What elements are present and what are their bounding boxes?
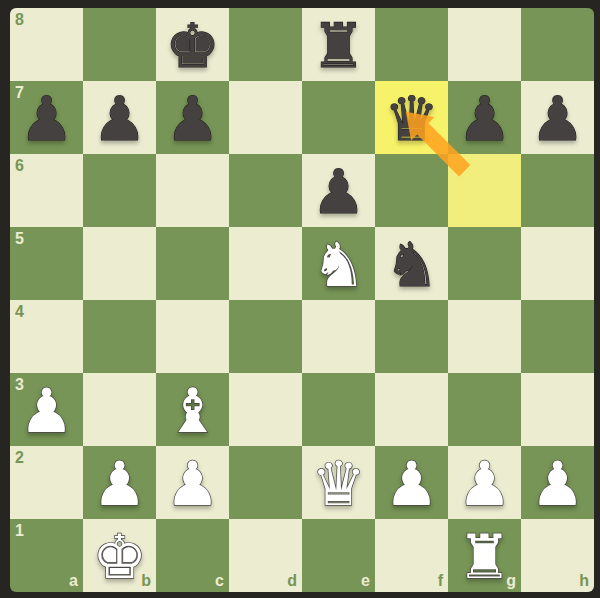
square-e4[interactable] xyxy=(302,300,375,373)
rank-label-6: 6 xyxy=(15,158,24,174)
square-b4[interactable] xyxy=(83,300,156,373)
chess-board: 8♚♜7♟♟♟♛♟♟6♟5♞♞43♟♝2♟♟♛♟♟♟1ab♚cdefg♜h xyxy=(10,8,594,592)
black-pawn-piece[interactable]: ♟ xyxy=(530,88,585,149)
square-a3[interactable]: 3♟ xyxy=(10,373,83,446)
square-b7[interactable]: ♟ xyxy=(83,81,156,154)
white-rook-piece[interactable]: ♜ xyxy=(457,526,512,587)
square-h5[interactable] xyxy=(521,227,594,300)
square-f7[interactable]: ♛ xyxy=(375,81,448,154)
square-a1[interactable]: 1a xyxy=(10,519,83,592)
file-label-h: h xyxy=(579,573,589,589)
square-h1[interactable]: h xyxy=(521,519,594,592)
square-c7[interactable]: ♟ xyxy=(156,81,229,154)
square-e7[interactable] xyxy=(302,81,375,154)
white-pawn-piece[interactable]: ♟ xyxy=(457,453,512,514)
square-d6[interactable] xyxy=(229,154,302,227)
square-c5[interactable] xyxy=(156,227,229,300)
square-c1[interactable]: c xyxy=(156,519,229,592)
white-pawn-piece[interactable]: ♟ xyxy=(19,380,74,441)
black-king-piece[interactable]: ♚ xyxy=(165,15,220,76)
rank-label-2: 2 xyxy=(15,450,24,466)
square-h7[interactable]: ♟ xyxy=(521,81,594,154)
black-pawn-piece[interactable]: ♟ xyxy=(19,88,74,149)
rank-label-5: 5 xyxy=(15,231,24,247)
square-d4[interactable] xyxy=(229,300,302,373)
square-h6[interactable] xyxy=(521,154,594,227)
square-a6[interactable]: 6 xyxy=(10,154,83,227)
square-b8[interactable] xyxy=(83,8,156,81)
square-c2[interactable]: ♟ xyxy=(156,446,229,519)
white-pawn-piece[interactable]: ♟ xyxy=(530,453,585,514)
square-e1[interactable]: e xyxy=(302,519,375,592)
white-pawn-piece[interactable]: ♟ xyxy=(165,453,220,514)
square-f6[interactable] xyxy=(375,154,448,227)
square-b1[interactable]: b♚ xyxy=(83,519,156,592)
square-g6[interactable] xyxy=(448,154,521,227)
square-c4[interactable] xyxy=(156,300,229,373)
black-pawn-piece[interactable]: ♟ xyxy=(165,88,220,149)
square-c6[interactable] xyxy=(156,154,229,227)
square-f2[interactable]: ♟ xyxy=(375,446,448,519)
square-b2[interactable]: ♟ xyxy=(83,446,156,519)
square-a2[interactable]: 2 xyxy=(10,446,83,519)
square-f4[interactable] xyxy=(375,300,448,373)
white-queen-piece[interactable]: ♛ xyxy=(311,453,366,514)
black-rook-piece[interactable]: ♜ xyxy=(311,15,366,76)
square-f1[interactable]: f xyxy=(375,519,448,592)
square-e6[interactable]: ♟ xyxy=(302,154,375,227)
square-b6[interactable] xyxy=(83,154,156,227)
square-h4[interactable] xyxy=(521,300,594,373)
white-king-piece[interactable]: ♚ xyxy=(92,526,147,587)
white-pawn-piece[interactable]: ♟ xyxy=(384,453,439,514)
white-pawn-piece[interactable]: ♟ xyxy=(92,453,147,514)
file-label-a: a xyxy=(69,573,78,589)
square-c3[interactable]: ♝ xyxy=(156,373,229,446)
square-d2[interactable] xyxy=(229,446,302,519)
square-g5[interactable] xyxy=(448,227,521,300)
square-g7[interactable]: ♟ xyxy=(448,81,521,154)
square-b3[interactable] xyxy=(83,373,156,446)
black-pawn-piece[interactable]: ♟ xyxy=(311,161,366,222)
board-background: 8♚♜7♟♟♟♛♟♟6♟5♞♞43♟♝2♟♟♛♟♟♟1ab♚cdefg♜h xyxy=(0,0,600,598)
black-pawn-piece[interactable]: ♟ xyxy=(457,88,512,149)
square-a4[interactable]: 4 xyxy=(10,300,83,373)
black-queen-piece[interactable]: ♛ xyxy=(384,88,439,149)
square-b5[interactable] xyxy=(83,227,156,300)
square-a7[interactable]: 7♟ xyxy=(10,81,83,154)
square-d7[interactable] xyxy=(229,81,302,154)
square-e2[interactable]: ♛ xyxy=(302,446,375,519)
file-label-f: f xyxy=(438,573,443,589)
square-e5[interactable]: ♞ xyxy=(302,227,375,300)
square-g4[interactable] xyxy=(448,300,521,373)
square-g8[interactable] xyxy=(448,8,521,81)
rank-label-1: 1 xyxy=(15,523,24,539)
white-knight-piece[interactable]: ♞ xyxy=(311,234,366,295)
square-f5[interactable]: ♞ xyxy=(375,227,448,300)
rank-label-4: 4 xyxy=(15,304,24,320)
square-e3[interactable] xyxy=(302,373,375,446)
square-d3[interactable] xyxy=(229,373,302,446)
square-d5[interactable] xyxy=(229,227,302,300)
square-h3[interactable] xyxy=(521,373,594,446)
file-label-e: e xyxy=(361,573,370,589)
black-pawn-piece[interactable]: ♟ xyxy=(92,88,147,149)
black-knight-piece[interactable]: ♞ xyxy=(384,234,439,295)
square-d8[interactable] xyxy=(229,8,302,81)
square-d1[interactable]: d xyxy=(229,519,302,592)
square-g1[interactable]: g♜ xyxy=(448,519,521,592)
rank-label-8: 8 xyxy=(15,12,24,28)
square-g2[interactable]: ♟ xyxy=(448,446,521,519)
square-f8[interactable] xyxy=(375,8,448,81)
square-h2[interactable]: ♟ xyxy=(521,446,594,519)
white-bishop-piece[interactable]: ♝ xyxy=(165,380,220,441)
square-e8[interactable]: ♜ xyxy=(302,8,375,81)
square-a8[interactable]: 8 xyxy=(10,8,83,81)
square-f3[interactable] xyxy=(375,373,448,446)
file-label-d: d xyxy=(287,573,297,589)
file-label-c: c xyxy=(215,573,224,589)
square-c8[interactable]: ♚ xyxy=(156,8,229,81)
square-g3[interactable] xyxy=(448,373,521,446)
square-a5[interactable]: 5 xyxy=(10,227,83,300)
square-h8[interactable] xyxy=(521,8,594,81)
